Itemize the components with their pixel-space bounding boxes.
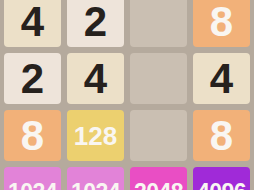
empty-cell-r3c3 (130, 110, 187, 161)
tile-8-r3c4: 8 (193, 110, 250, 161)
tile-1024-r4c2: 1024 (67, 167, 124, 190)
empty-cell-r1c3 (130, 0, 187, 47)
tile-2048-r4c3: 2048 (130, 167, 187, 190)
empty-cell-r2c3 (130, 53, 187, 104)
tile-128-r3c2: 128 (67, 110, 124, 161)
tile-1024-r4c1: 1024 (4, 167, 61, 190)
tile-4-r2c2: 4 (67, 53, 124, 104)
tile-4-r2c4: 4 (193, 53, 250, 104)
tile-2-r2c1: 2 (4, 53, 61, 104)
tile-4-r1c1: 4 (4, 0, 61, 47)
tile-4096-r4c4: 4096 (193, 167, 250, 190)
tile-8-r1c4: 8 (193, 0, 250, 47)
tile-2-r1c2: 2 (67, 0, 124, 47)
tile-8-r3c1: 8 (4, 110, 61, 161)
2048-board[interactable]: 428244812881024102420484096 (0, 0, 254, 190)
game-viewport: 428244812881024102420484096 (0, 0, 254, 190)
